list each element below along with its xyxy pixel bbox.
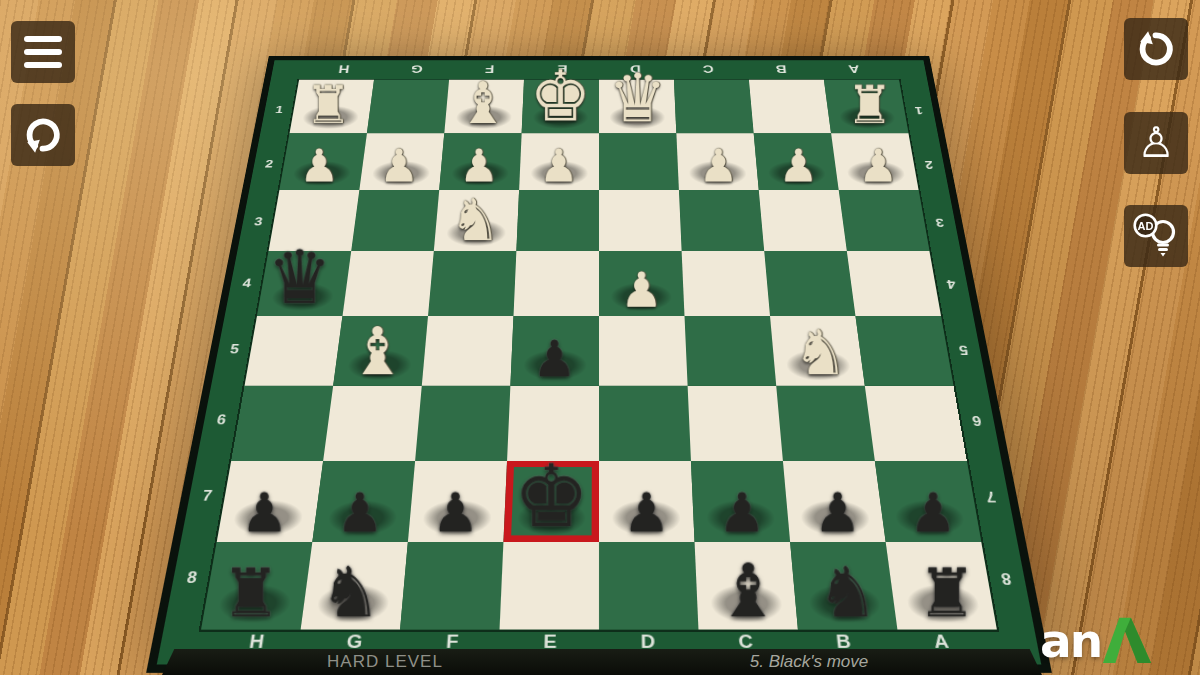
square-d1[interactable]: ♛ [599,80,676,133]
coordinate-label: B [744,60,819,79]
square-a4[interactable] [847,251,941,316]
square-h2[interactable]: ♟ [279,133,367,190]
coordinate-label: E [526,60,599,79]
square-f3[interactable]: ♞ [434,190,519,251]
restart-icon [22,114,64,156]
board-squares: ♜♝♚♛♜♟♟♟♟♟♟♟♞♛♟♝♟♞♟♟♟♚♟♟♟♟♜♞♝♞♜ [201,80,997,630]
square-d3[interactable] [599,190,682,251]
coordinate-label: F [452,60,526,79]
square-d7[interactable]: ♟ [599,461,695,542]
square-a8[interactable]: ♜ [886,542,997,630]
black-pawn-piece: ♟ [510,334,599,384]
undo-arrow-icon [1135,28,1177,70]
black-pawn-piece: ♟ [885,486,981,540]
ad-hint-button[interactable]: AD [1124,205,1188,267]
square-h4[interactable]: ♛ [257,251,351,316]
white-knight-piece: ♞ [776,322,865,384]
square-c3[interactable] [679,190,764,251]
square-h8[interactable]: ♜ [201,542,312,630]
black-pawn-piece: ♟ [790,486,886,540]
square-f4[interactable] [428,251,516,316]
white-pawn-piece: ♟ [279,143,359,188]
square-e2[interactable]: ♟ [519,133,599,190]
square-e4[interactable] [514,251,600,316]
square-a1[interactable]: ♜ [824,80,908,133]
square-a2[interactable]: ♟ [831,133,919,190]
coordinate-label: H [306,60,382,79]
pawn-icon: ♙ [1137,122,1175,164]
white-pawn-piece: ♟ [599,266,685,314]
white-knight-piece: ♞ [434,191,517,249]
square-a6[interactable] [865,386,967,461]
square-g5[interactable]: ♝ [333,316,428,386]
black-pawn-piece: ♟ [694,486,790,540]
square-f5[interactable] [422,316,514,386]
square-f6[interactable] [415,386,510,461]
black-pawn-piece: ♟ [599,486,695,540]
board-frame: HGFEDCBA HGFEDCBA 12345678 12345678 ♜♝♚♛… [146,56,1052,673]
square-f2[interactable]: ♟ [439,133,521,190]
black-knight-piece: ♞ [798,558,898,628]
square-b3[interactable] [759,190,847,251]
square-a7[interactable]: ♟ [875,461,981,542]
square-b6[interactable] [776,386,875,461]
restart-button[interactable] [11,104,75,166]
square-d8[interactable] [599,542,698,630]
white-pawn-piece: ♟ [519,143,599,188]
black-rook-piece: ♜ [201,560,301,627]
coordinate-label: A [816,60,892,79]
square-b5[interactable]: ♞ [770,316,865,386]
square-e1[interactable]: ♚ [522,80,599,133]
square-c8[interactable]: ♝ [695,542,798,630]
square-g4[interactable] [343,251,434,316]
square-f7[interactable]: ♟ [408,461,507,542]
square-a3[interactable] [839,190,930,251]
square-h5[interactable] [245,316,343,386]
black-knight-piece: ♞ [301,558,401,628]
square-g7[interactable]: ♟ [312,461,415,542]
move-indicator: 5. Black's move [750,652,869,672]
square-h6[interactable] [231,386,333,461]
square-g2[interactable]: ♟ [359,133,444,190]
square-h7[interactable]: ♟ [217,461,323,542]
coordinate-label: D [599,60,672,79]
black-queen-piece: ♛ [257,241,343,315]
chess-board: HGFEDCBA HGFEDCBA 12345678 12345678 ♜♝♚♛… [146,56,1052,673]
menu-button[interactable] [11,21,75,83]
white-pawn-piece: ♟ [759,143,839,188]
white-bishop-piece: ♝ [333,318,422,384]
logo-green-arrow-icon [1101,614,1153,664]
square-a5[interactable] [856,316,954,386]
square-b8[interactable]: ♞ [790,542,897,630]
square-d5[interactable] [599,316,688,386]
file-labels-top: HGFEDCBA [306,60,892,79]
square-f8[interactable] [400,542,503,630]
black-bishop-piece: ♝ [698,553,798,627]
square-h1[interactable]: ♜ [290,80,374,133]
square-d4[interactable]: ♟ [599,251,685,316]
white-pawn-piece: ♟ [439,143,519,188]
square-e7[interactable]: ♚ [503,461,599,542]
svg-text:AD: AD [1138,220,1154,232]
square-c4[interactable] [682,251,770,316]
white-pawn-piece: ♟ [839,143,919,188]
square-c1[interactable] [674,80,754,133]
black-pawn-piece: ♟ [312,486,408,540]
black-pawn-piece: ♟ [217,486,313,540]
square-g6[interactable] [323,386,422,461]
square-d6[interactable] [599,386,691,461]
an-watermark-logo: an [1040,614,1153,664]
coordinate-label: G [379,60,454,79]
square-c5[interactable] [685,316,777,386]
square-c7[interactable]: ♟ [691,461,790,542]
square-d2[interactable] [599,133,679,190]
undo-button[interactable] [1124,18,1188,80]
ad-lightbulb-icon: AD [1132,212,1180,260]
white-rook-piece: ♜ [290,79,368,132]
black-king-piece: ♚ [503,454,599,540]
square-f1[interactable]: ♝ [444,80,524,133]
coordinate-label: C [671,60,745,79]
white-pawn-piece: ♟ [679,143,759,188]
square-b7[interactable]: ♟ [783,461,886,542]
hamburger-icon [24,36,62,42]
square-g1[interactable] [367,80,449,133]
white-rook-piece: ♜ [831,79,909,132]
square-c2[interactable]: ♟ [676,133,758,190]
white-pawn-piece: ♟ [359,143,439,188]
white-bishop-piece: ♝ [444,74,521,132]
square-e3[interactable] [516,190,599,251]
square-b4[interactable] [764,251,855,316]
square-b1[interactable] [749,80,831,133]
square-b2[interactable]: ♟ [754,133,839,190]
black-pawn-piece: ♟ [408,486,504,540]
square-e8[interactable] [500,542,599,630]
square-c6[interactable] [688,386,783,461]
logo-text: an [1040,619,1101,664]
player-mode-button[interactable]: ♙ [1124,112,1188,174]
square-e5[interactable]: ♟ [510,316,599,386]
square-g3[interactable] [351,190,439,251]
square-g8[interactable]: ♞ [301,542,408,630]
black-rook-piece: ♜ [897,560,997,627]
board-front-face: HARD LEVEL 5. Black's move [162,649,1042,675]
board-3d-scene: HGFEDCBA HGFEDCBA 12345678 12345678 ♜♝♚♛… [0,0,1200,675]
difficulty-label: HARD LEVEL [327,652,443,672]
